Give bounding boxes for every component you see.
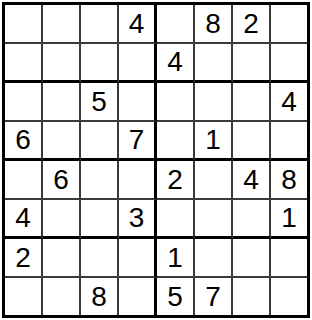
cell-r7c6-empty[interactable]: [195, 239, 233, 278]
cell-r1c1-empty[interactable]: [5, 5, 43, 44]
cell-r6c4-given-3[interactable]: 3: [119, 200, 157, 239]
cell-r4c1-given-6[interactable]: 6: [5, 122, 43, 161]
cell-r3c3-given-5[interactable]: 5: [81, 83, 119, 122]
cell-r7c4-empty[interactable]: [119, 239, 157, 278]
cell-r1c3-empty[interactable]: [81, 5, 119, 44]
cell-r7c2-empty[interactable]: [43, 239, 81, 278]
cell-r8c7-empty[interactable]: [233, 278, 271, 315]
cell-r6c8-given-1[interactable]: 1: [271, 200, 307, 239]
cell-r1c7-given-2[interactable]: 2: [233, 5, 271, 44]
cell-r7c1-given-2[interactable]: 2: [5, 239, 43, 278]
cell-r5c6-empty[interactable]: [195, 161, 233, 200]
cell-r8c1-empty[interactable]: [5, 278, 43, 315]
cell-r4c8-empty[interactable]: [271, 122, 307, 161]
cell-r2c3-empty[interactable]: [81, 44, 119, 83]
cell-r5c1-empty[interactable]: [5, 161, 43, 200]
sudoku-board: 482454671624843121857: [2, 2, 310, 318]
cell-r6c6-empty[interactable]: [195, 200, 233, 239]
cell-r6c5-empty[interactable]: [157, 200, 195, 239]
cell-r3c7-empty[interactable]: [233, 83, 271, 122]
cell-r7c7-empty[interactable]: [233, 239, 271, 278]
cell-r6c2-empty[interactable]: [43, 200, 81, 239]
cell-r1c8-empty[interactable]: [271, 5, 307, 44]
cell-r4c7-empty[interactable]: [233, 122, 271, 161]
cell-r3c6-empty[interactable]: [195, 83, 233, 122]
cell-r8c5-given-5[interactable]: 5: [157, 278, 195, 315]
cell-r2c5-given-4[interactable]: 4: [157, 44, 195, 83]
cell-r1c4-given-4[interactable]: 4: [119, 5, 157, 44]
cell-r4c3-empty[interactable]: [81, 122, 119, 161]
cell-r1c5-empty[interactable]: [157, 5, 195, 44]
cell-r3c8-given-4[interactable]: 4: [271, 83, 307, 122]
cell-r3c2-empty[interactable]: [43, 83, 81, 122]
cell-r2c4-empty[interactable]: [119, 44, 157, 83]
cell-r6c7-empty[interactable]: [233, 200, 271, 239]
cell-r8c6-given-7[interactable]: 7: [195, 278, 233, 315]
cell-r6c3-empty[interactable]: [81, 200, 119, 239]
cell-r3c4-empty[interactable]: [119, 83, 157, 122]
cell-r2c7-empty[interactable]: [233, 44, 271, 83]
cell-r7c8-empty[interactable]: [271, 239, 307, 278]
cell-r3c1-empty[interactable]: [5, 83, 43, 122]
cell-r1c6-given-8[interactable]: 8: [195, 5, 233, 44]
cell-r5c2-given-6[interactable]: 6: [43, 161, 81, 200]
cell-r8c3-given-8[interactable]: 8: [81, 278, 119, 315]
cell-r7c3-empty[interactable]: [81, 239, 119, 278]
cell-r4c2-empty[interactable]: [43, 122, 81, 161]
cell-r2c8-empty[interactable]: [271, 44, 307, 83]
cell-r8c2-empty[interactable]: [43, 278, 81, 315]
cell-r4c4-given-7[interactable]: 7: [119, 122, 157, 161]
cell-r7c5-given-1[interactable]: 1: [157, 239, 195, 278]
cell-r1c2-empty[interactable]: [43, 5, 81, 44]
cell-r5c3-empty[interactable]: [81, 161, 119, 200]
cell-r5c5-given-2[interactable]: 2: [157, 161, 195, 200]
cell-r8c8-empty[interactable]: [271, 278, 307, 315]
cell-r5c8-given-8[interactable]: 8: [271, 161, 307, 200]
cell-r4c5-empty[interactable]: [157, 122, 195, 161]
cell-r6c1-given-4[interactable]: 4: [5, 200, 43, 239]
cell-r5c7-given-4[interactable]: 4: [233, 161, 271, 200]
cell-r2c6-empty[interactable]: [195, 44, 233, 83]
cell-r2c2-empty[interactable]: [43, 44, 81, 83]
cell-r4c6-given-1[interactable]: 1: [195, 122, 233, 161]
cell-r3c5-empty[interactable]: [157, 83, 195, 122]
cell-r8c4-empty[interactable]: [119, 278, 157, 315]
cell-r2c1-empty[interactable]: [5, 44, 43, 83]
page: 482454671624843121857: [0, 0, 312, 320]
cell-r5c4-empty[interactable]: [119, 161, 157, 200]
